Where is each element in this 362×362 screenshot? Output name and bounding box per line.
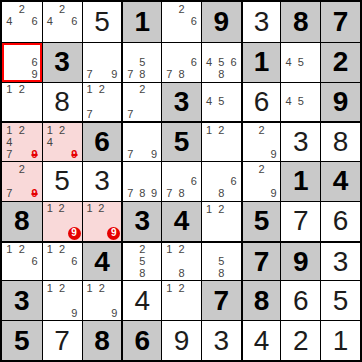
candidate-digit: 2 <box>95 203 107 215</box>
candidate-digit: 2 <box>175 244 187 256</box>
candidate-digit: 2 <box>175 282 187 294</box>
candidate-digit: 7 <box>163 68 175 80</box>
solved-digit: 5 <box>94 8 110 36</box>
cell-r5c5[interactable]: 678 <box>161 161 201 201</box>
candidate-digit: 6 <box>28 56 41 68</box>
given-digit: 7 <box>333 8 349 36</box>
candidate-digit: 4 <box>3 16 16 29</box>
cell-r7c5[interactable]: 128 <box>161 241 201 281</box>
cell-r2c7[interactable]: 1 <box>241 42 281 82</box>
candidate-digit: 1 <box>163 244 175 256</box>
cell-r5c8[interactable]: 1 <box>280 161 320 201</box>
solved-digit: 3 <box>293 128 309 156</box>
cell-r5c9[interactable]: 4 <box>320 161 360 201</box>
given-digit: 4 <box>94 248 110 276</box>
cell-r6c1[interactable]: 8 <box>2 201 42 241</box>
cell-r8c3[interactable]: 129 <box>82 280 122 320</box>
candidate-grid: 45 <box>282 44 319 81</box>
candidate-grid: 12 <box>3 84 41 121</box>
candidate-grid: 129 <box>44 203 81 240</box>
cell-r2c1[interactable]: 69 <box>2 42 42 82</box>
candidate-digit: 2 <box>16 124 29 136</box>
candidate-digit: 8 <box>136 188 148 200</box>
solved-digit: 2 <box>293 327 309 355</box>
candidate-grid: 128 <box>163 244 200 280</box>
given-digit: 3 <box>134 207 150 235</box>
cell-r6c4[interactable]: 3 <box>121 201 161 241</box>
cell-r3c9[interactable]: 9 <box>320 82 360 122</box>
cell-r8c7[interactable]: 8 <box>241 280 281 320</box>
candidate-grid: 246 <box>3 3 41 41</box>
candidate-digit: 1 <box>44 244 56 256</box>
cell-r4c6[interactable]: 12 <box>201 121 241 161</box>
cell-r6c3[interactable]: 129 <box>82 201 122 241</box>
candidate-digit: 6 <box>188 56 200 68</box>
candidate-digit: 9 <box>268 188 280 200</box>
cell-r5c4[interactable]: 789 <box>121 161 161 201</box>
cell-r5c3[interactable]: 3 <box>82 161 122 201</box>
candidate-digit: 5 <box>295 96 307 108</box>
candidate-digit: 1 <box>44 124 56 136</box>
candidate-grid: 258 <box>124 244 160 280</box>
candidate-struck-red: 9 <box>68 148 80 160</box>
given-digit: 8 <box>254 287 270 315</box>
cell-r4c7[interactable]: 29 <box>241 121 281 161</box>
given-digit: 8 <box>293 8 309 36</box>
cell-r6c9[interactable]: 6 <box>320 201 360 241</box>
given-digit: 3 <box>54 48 70 76</box>
candidate-digit: 7 <box>124 148 136 160</box>
candidate-digit: 5 <box>215 256 227 268</box>
cell-r7c7[interactable]: 7 <box>241 241 281 281</box>
cell-r6c5[interactable]: 4 <box>161 201 201 241</box>
cell-r4c8[interactable]: 3 <box>280 121 320 161</box>
cell-r8c8[interactable]: 6 <box>280 280 320 320</box>
candidate-digit: 7 <box>3 148 16 160</box>
candidate-digit: 9 <box>148 188 160 200</box>
candidate-grid: 129 <box>84 203 121 240</box>
candidate-grid: 12 <box>203 203 240 240</box>
candidate-digit: 8 <box>215 268 227 280</box>
given-digit: 1 <box>254 48 270 76</box>
candidate-grid: 79 <box>124 124 160 160</box>
candidate-grid: 68 <box>203 163 240 200</box>
candidate-circled-red: 9 <box>107 227 120 240</box>
candidate-grid: 126 <box>44 244 81 280</box>
candidate-digit: 8 <box>175 188 187 200</box>
cell-r5c2[interactable]: 5 <box>42 161 82 201</box>
cell-r1c6[interactable]: 9 <box>201 2 241 42</box>
candidate-digit: 7 <box>124 68 136 80</box>
solved-digit: 4 <box>254 327 270 355</box>
cell-r2c4[interactable]: 578 <box>121 42 161 82</box>
candidate-digit: 8 <box>215 68 227 80</box>
cell-r2c3[interactable]: 79 <box>82 42 122 82</box>
cell-r7c6[interactable]: 58 <box>201 241 241 281</box>
candidate-digit: 1 <box>3 84 16 96</box>
cell-r1c3[interactable]: 5 <box>82 2 122 42</box>
candidate-digit: 1 <box>84 203 96 215</box>
cell-r3c1[interactable]: 12 <box>2 82 42 122</box>
cell-r3c8[interactable]: 45 <box>280 82 320 122</box>
candidate-digit: 6 <box>227 175 239 187</box>
solved-digit: 3 <box>254 8 270 36</box>
cell-r7c4[interactable]: 258 <box>121 241 161 281</box>
candidate-digit: 4 <box>203 56 215 68</box>
candidate-grid: 79 <box>84 44 121 81</box>
cell-r8c4[interactable]: 4 <box>121 280 161 320</box>
solved-digit: 3 <box>333 248 349 276</box>
candidate-digit: 2 <box>215 124 227 136</box>
cell-r9c9[interactable]: 1 <box>320 320 360 360</box>
candidate-digit: 1 <box>203 203 215 215</box>
candidate-digit: 4 <box>3 136 16 148</box>
given-digit: 8 <box>94 327 110 355</box>
cell-r1c8[interactable]: 8 <box>280 2 320 42</box>
candidate-grid: 69 <box>3 44 41 81</box>
given-digit: 9 <box>333 88 349 116</box>
candidate-digit: 5 <box>215 56 227 68</box>
given-digit: 1 <box>293 167 309 195</box>
candidate-grid: 129 <box>84 282 121 319</box>
candidate-digit: 9 <box>28 68 41 80</box>
candidate-digit: 7 <box>3 188 16 200</box>
given-digit: 9 <box>213 8 229 36</box>
given-digit: 4 <box>333 167 349 195</box>
solved-digit: 6 <box>293 287 309 315</box>
cell-r5c6[interactable]: 68 <box>201 161 241 201</box>
candidate-digit: 9 <box>108 307 120 319</box>
candidate-digit: 1 <box>44 203 56 215</box>
cell-r9c2[interactable]: 7 <box>42 320 82 360</box>
cell-r9c4[interactable]: 6 <box>121 320 161 360</box>
cell-r7c2[interactable]: 126 <box>42 241 82 281</box>
given-digit: 8 <box>14 207 30 235</box>
candidate-digit: 8 <box>215 188 227 200</box>
given-digit: 3 <box>14 287 30 315</box>
solved-digit: 6 <box>333 207 349 235</box>
candidate-digit: 8 <box>175 268 187 280</box>
candidate-grid: 789 <box>124 163 160 200</box>
cell-r1c7[interactable]: 3 <box>241 2 281 42</box>
candidate-digit: 2 <box>16 244 29 256</box>
candidate-grid: 58 <box>203 244 240 280</box>
candidate-digit: 7 <box>84 68 96 80</box>
solved-digit: 8 <box>333 128 349 156</box>
candidate-grid: 126 <box>3 244 41 280</box>
candidate-digit: 2 <box>16 84 29 96</box>
candidate-struck-red: 9 <box>28 148 41 160</box>
cell-r6c2[interactable]: 129 <box>42 201 82 241</box>
solved-digit: 5 <box>333 287 349 315</box>
candidate-digit: 2 <box>16 3 29 16</box>
cell-r9c6[interactable]: 3 <box>201 320 241 360</box>
candidate-digit: 9 <box>148 148 160 160</box>
candidate-digit: 2 <box>136 244 148 256</box>
candidate-digit: 6 <box>227 56 239 68</box>
candidate-grid: 129 <box>44 282 81 319</box>
given-digit: 6 <box>134 327 150 355</box>
candidate-digit: 2 <box>56 282 68 294</box>
cell-r4c5[interactable]: 5 <box>161 121 201 161</box>
candidate-digit: 6 <box>188 175 200 187</box>
red-circle-badge: 9 <box>107 227 120 240</box>
given-digit: 7 <box>254 248 270 276</box>
cell-r3c6[interactable]: 45 <box>201 82 241 122</box>
candidate-grid: 12 <box>163 282 200 319</box>
cell-r3c4[interactable]: 27 <box>121 82 161 122</box>
cell-r9c5[interactable]: 9 <box>161 320 201 360</box>
candidate-digit: 1 <box>84 84 96 96</box>
candidate-digit: 6 <box>188 16 200 29</box>
cell-r4c4[interactable]: 79 <box>121 121 161 161</box>
solved-digit: 4 <box>134 287 150 315</box>
candidate-digit: 9 <box>108 68 120 80</box>
cell-r1c1[interactable]: 246 <box>2 2 42 42</box>
solved-digit: 1 <box>333 327 349 355</box>
cell-r2c6[interactable]: 4568 <box>201 42 241 82</box>
candidate-digit: 2 <box>215 203 227 215</box>
candidate-struck-red: 9 <box>28 188 41 200</box>
cell-r8c6[interactable]: 7 <box>201 280 241 320</box>
cell-r9c1[interactable]: 5 <box>2 320 42 360</box>
candidate-grid: 578 <box>124 44 160 81</box>
candidate-digit: 6 <box>68 16 80 29</box>
cell-r8c5[interactable]: 12 <box>161 280 201 320</box>
candidate-digit: 4 <box>44 16 56 29</box>
candidate-digit: 5 <box>136 256 148 268</box>
candidate-grid: 26 <box>163 3 200 41</box>
solved-digit: 7 <box>293 207 309 235</box>
cell-r2c5[interactable]: 678 <box>161 42 201 82</box>
candidate-digit: 4 <box>44 136 56 148</box>
given-digit: 9 <box>293 248 309 276</box>
candidate-digit: 2 <box>56 3 68 16</box>
solved-digit: 3 <box>94 167 110 195</box>
candidate-digit: 2 <box>256 163 268 175</box>
cell-r8c2[interactable]: 129 <box>42 280 82 320</box>
candidate-grid: 45 <box>282 84 319 121</box>
candidate-grid: 29 <box>244 163 280 200</box>
cell-r4c1[interactable]: 12479 <box>2 121 42 161</box>
sudoku-board: 2462465126938769379578678456814521281272… <box>0 0 362 362</box>
candidate-digit: 2 <box>175 3 187 16</box>
candidate-digit: 2 <box>56 203 68 215</box>
candidate-digit: 6 <box>28 256 41 268</box>
cell-r2c9[interactable]: 2 <box>320 42 360 82</box>
candidate-digit: 2 <box>56 244 68 256</box>
cell-r7c3[interactable]: 4 <box>82 241 122 281</box>
given-digit: 5 <box>14 327 30 355</box>
cell-r1c5[interactable]: 26 <box>161 2 201 42</box>
cell-r3c3[interactable]: 127 <box>82 82 122 122</box>
candidate-digit: 2 <box>136 84 148 96</box>
candidate-digit: 1 <box>163 282 175 294</box>
candidate-circled-red: 9 <box>68 227 81 240</box>
solved-digit: 7 <box>54 327 70 355</box>
given-digit: 5 <box>174 128 190 156</box>
candidate-grid: 12 <box>203 124 240 160</box>
cell-r9c3[interactable]: 8 <box>82 320 122 360</box>
candidate-digit: 7 <box>163 188 175 200</box>
candidate-digit: 4 <box>282 56 294 68</box>
candidate-digit: 9 <box>68 307 80 319</box>
cell-r6c6[interactable]: 12 <box>201 201 241 241</box>
candidate-digit: 1 <box>3 124 16 136</box>
candidate-digit: 9 <box>268 148 280 160</box>
candidate-digit: 4 <box>203 96 215 108</box>
solved-digit: 9 <box>174 327 190 355</box>
cell-r3c7[interactable]: 6 <box>241 82 281 122</box>
cell-r9c7[interactable]: 4 <box>241 320 281 360</box>
cell-r2c8[interactable]: 45 <box>280 42 320 82</box>
solved-digit: 5 <box>54 167 70 195</box>
cell-r3c2[interactable]: 8 <box>42 82 82 122</box>
candidate-digit: 2 <box>256 124 268 136</box>
given-digit: 4 <box>174 207 190 235</box>
candidate-digit: 1 <box>44 282 56 294</box>
candidate-digit: 1 <box>3 244 16 256</box>
candidate-grid: 29 <box>244 124 280 160</box>
candidate-digit: 8 <box>175 68 187 80</box>
cell-r7c9[interactable]: 3 <box>320 241 360 281</box>
candidate-digit: 2 <box>16 163 29 175</box>
candidate-grid: 246 <box>44 3 81 41</box>
cell-r4c3[interactable]: 6 <box>82 121 122 161</box>
cell-r8c9[interactable]: 5 <box>320 280 360 320</box>
cell-r8c1[interactable]: 3 <box>2 280 42 320</box>
candidate-digit: 5 <box>295 56 307 68</box>
candidate-digit: 4 <box>282 96 294 108</box>
solved-digit: 8 <box>54 88 70 116</box>
cell-r1c2[interactable]: 246 <box>42 2 82 42</box>
candidate-digit: 6 <box>68 256 80 268</box>
cell-r6c7[interactable]: 5 <box>241 201 281 241</box>
candidate-grid: 678 <box>163 163 200 200</box>
cell-r4c9[interactable]: 8 <box>320 121 360 161</box>
candidate-grid: 279 <box>3 163 41 200</box>
cell-r3c5[interactable]: 3 <box>161 82 201 122</box>
cell-r9c8[interactable]: 2 <box>280 320 320 360</box>
given-digit: 7 <box>213 287 229 315</box>
cell-r5c1[interactable]: 279 <box>2 161 42 201</box>
candidate-digit: 1 <box>203 124 215 136</box>
candidate-grid: 1249 <box>44 124 81 160</box>
solved-digit: 6 <box>254 88 270 116</box>
candidate-digit: 2 <box>96 84 108 96</box>
candidate-digit: 1 <box>84 282 96 294</box>
candidate-grid: 45 <box>203 84 240 121</box>
candidate-digit: 8 <box>136 268 148 280</box>
candidate-grid: 4568 <box>203 44 240 81</box>
candidate-grid: 27 <box>124 84 160 121</box>
candidate-digit: 5 <box>136 56 148 68</box>
candidate-digit: 5 <box>215 96 227 108</box>
given-digit: 3 <box>174 88 190 116</box>
candidate-grid: 12479 <box>3 124 41 160</box>
given-digit: 1 <box>134 8 150 36</box>
candidate-digit: 2 <box>56 124 68 136</box>
candidate-digit: 2 <box>96 282 108 294</box>
candidate-digit: 7 <box>124 188 136 200</box>
cell-r2c2[interactable]: 3 <box>42 42 82 82</box>
candidate-digit: 6 <box>28 16 41 29</box>
cell-r7c1[interactable]: 126 <box>2 241 42 281</box>
cell-r6c8[interactable]: 7 <box>280 201 320 241</box>
given-digit: 2 <box>333 48 349 76</box>
candidate-digit: 8 <box>136 68 148 80</box>
cell-r4c2[interactable]: 1249 <box>42 121 82 161</box>
solved-digit: 3 <box>213 327 229 355</box>
candidate-digit: 7 <box>124 108 136 120</box>
cell-r1c9[interactable]: 7 <box>320 2 360 42</box>
given-digit: 5 <box>254 207 270 235</box>
candidate-grid: 678 <box>163 44 200 81</box>
cell-r5c7[interactable]: 29 <box>241 161 281 201</box>
red-circle-badge: 9 <box>68 227 81 240</box>
cell-r7c8[interactable]: 9 <box>280 241 320 281</box>
candidate-grid: 127 <box>84 84 121 121</box>
candidate-digit: 7 <box>84 108 96 120</box>
given-digit: 6 <box>94 128 110 156</box>
cell-r1c4[interactable]: 1 <box>121 2 161 42</box>
